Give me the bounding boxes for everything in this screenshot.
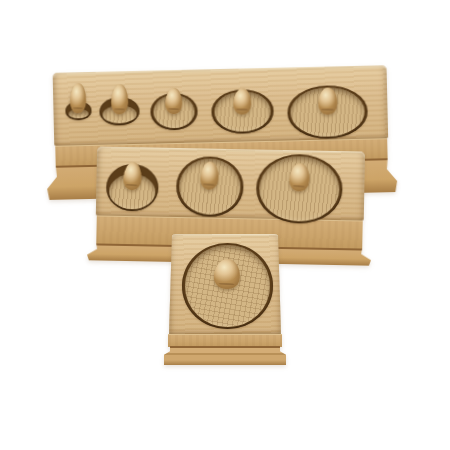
product-photo-stage — [0, 0, 450, 450]
cylinder-knob — [317, 87, 337, 115]
cylinder-block-small — [164, 234, 286, 365]
cylinders-layer — [164, 234, 286, 365]
cylinder-knob — [233, 88, 252, 115]
cylinder-knob — [70, 83, 87, 113]
cylinder-knob — [110, 84, 128, 114]
cylinder-knob — [164, 88, 182, 114]
